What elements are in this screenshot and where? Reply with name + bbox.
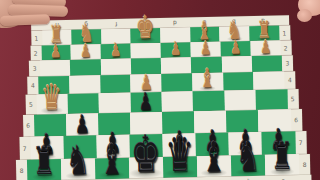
piece-black-king-e8[interactable]: ♚ xyxy=(130,130,161,179)
square-c5[interactable] xyxy=(193,91,225,112)
rank-label-right-8: 8 xyxy=(299,154,310,175)
rank-label-right-7: 7 xyxy=(295,131,306,154)
board-border-corner xyxy=(278,15,289,25)
video-frame: hgfedcba1♜♞♚♝♞♜12♟♟♟♟♟♟♟2334♟♝45♛♟56♟67♟… xyxy=(0,0,320,180)
square-h8[interactable]: ♜ xyxy=(27,159,61,180)
file-label-bottom-a: a xyxy=(266,175,300,180)
square-b2[interactable]: ♟ xyxy=(220,41,250,57)
file-label-bottom-f: f xyxy=(95,179,129,180)
square-g3[interactable] xyxy=(70,59,101,76)
square-g4[interactable] xyxy=(69,75,100,94)
rank-label-right-6: 6 xyxy=(290,109,301,131)
board-border-corner xyxy=(300,175,311,180)
rank-label-right-1: 1 xyxy=(279,25,290,40)
piece-white-pawn-f2[interactable]: ♟ xyxy=(110,42,121,60)
square-b8[interactable]: ♞ xyxy=(231,155,265,177)
piece-black-rook-a8[interactable]: ♜ xyxy=(271,139,294,175)
file-label-bottom-d: d xyxy=(163,177,197,180)
piece-black-pawn-e5[interactable]: ♟ xyxy=(139,90,153,113)
square-c8[interactable]: ♝ xyxy=(197,156,231,178)
piece-white-king-e1[interactable]: ♚ xyxy=(136,13,155,43)
square-c2[interactable]: ♟ xyxy=(190,42,220,58)
square-g8[interactable]: ♞ xyxy=(61,158,95,180)
square-f5[interactable] xyxy=(99,93,131,114)
square-b5[interactable] xyxy=(224,90,256,111)
hand-finger xyxy=(0,14,50,26)
piece-white-pawn-d2[interactable]: ♟ xyxy=(170,40,181,58)
piece-black-pawn-g6[interactable]: ♟ xyxy=(74,112,89,136)
piece-white-queen-h5[interactable]: ♛ xyxy=(41,81,62,115)
square-f3[interactable] xyxy=(100,59,131,76)
piece-black-knight-b8[interactable]: ♞ xyxy=(236,138,260,177)
square-b4[interactable] xyxy=(223,72,254,91)
rank-label-left-3: 3 xyxy=(29,61,40,77)
square-f8[interactable]: ♝ xyxy=(95,158,129,180)
square-e1[interactable]: ♚ xyxy=(131,28,161,44)
square-c4[interactable]: ♝ xyxy=(192,73,223,92)
square-d5[interactable] xyxy=(162,91,194,112)
rank-label-left-7: 7 xyxy=(19,137,30,160)
rank-label-left-8: 8 xyxy=(16,160,27,180)
chess-board: hgfedcba1♜♞♚♝♞♜12♟♟♟♟♟♟♟2334♟♝45♛♟56♟67♟… xyxy=(10,15,313,180)
file-label-bottom-e: e xyxy=(129,178,163,180)
square-g2[interactable]: ♟ xyxy=(71,44,101,60)
piece-white-pawn-c2[interactable]: ♟ xyxy=(200,40,211,58)
instructor-left-hand xyxy=(0,0,84,34)
piece-white-bishop-c4[interactable]: ♝ xyxy=(200,66,216,91)
square-e5[interactable]: ♟ xyxy=(130,92,162,113)
square-d2[interactable]: ♟ xyxy=(161,42,191,58)
piece-white-pawn-a2[interactable]: ♟ xyxy=(260,38,271,56)
piece-black-rook-h8[interactable]: ♜ xyxy=(33,144,56,180)
square-d8[interactable]: ♛ xyxy=(163,156,197,178)
square-b3[interactable] xyxy=(221,56,252,73)
square-a3[interactable] xyxy=(252,55,283,72)
piece-white-pawn-g2[interactable]: ♟ xyxy=(80,42,91,60)
square-g6[interactable]: ♟ xyxy=(66,113,99,136)
square-f2[interactable]: ♟ xyxy=(101,44,131,60)
instructor-fingertips xyxy=(292,0,320,27)
fingertip xyxy=(297,9,312,22)
square-h3[interactable] xyxy=(40,60,71,77)
piece-black-knight-g8[interactable]: ♞ xyxy=(66,141,90,180)
file-label-top-d: d xyxy=(160,17,190,28)
square-e2[interactable] xyxy=(131,43,161,59)
file-label-bottom-b: b xyxy=(232,176,266,180)
square-d3[interactable] xyxy=(161,57,192,74)
square-h2[interactable]: ♟ xyxy=(41,45,71,61)
file-label-top-f: f xyxy=(101,19,131,30)
rank-label-left-4: 4 xyxy=(27,77,38,95)
rank-label-left-6: 6 xyxy=(22,115,33,137)
square-a4[interactable] xyxy=(253,71,284,90)
file-label-bottom-g: g xyxy=(61,179,95,180)
square-d4[interactable] xyxy=(161,73,192,92)
square-a2[interactable]: ♟ xyxy=(250,40,280,56)
rank-label-right-4: 4 xyxy=(284,71,295,89)
file-label-bottom-c: c xyxy=(198,177,232,180)
square-h5[interactable]: ♛ xyxy=(36,94,68,115)
rank-label-left-5: 5 xyxy=(25,95,36,115)
square-a5[interactable] xyxy=(256,89,288,110)
piece-black-bishop-f8[interactable]: ♝ xyxy=(99,139,124,179)
rank-label-right-2: 2 xyxy=(280,40,291,55)
square-e8[interactable]: ♚ xyxy=(129,157,163,179)
piece-white-pawn-h2[interactable]: ♟ xyxy=(51,43,62,61)
piece-black-queen-d8[interactable]: ♛ xyxy=(165,132,194,178)
piece-black-bishop-c8[interactable]: ♝ xyxy=(201,137,226,177)
rank-label-left-2: 2 xyxy=(30,45,41,60)
square-f4[interactable] xyxy=(100,75,131,94)
square-a8[interactable]: ♜ xyxy=(265,154,299,176)
piece-white-pawn-b2[interactable]: ♟ xyxy=(230,39,241,57)
rank-label-right-5: 5 xyxy=(287,89,298,109)
rank-label-right-3: 3 xyxy=(282,55,293,71)
